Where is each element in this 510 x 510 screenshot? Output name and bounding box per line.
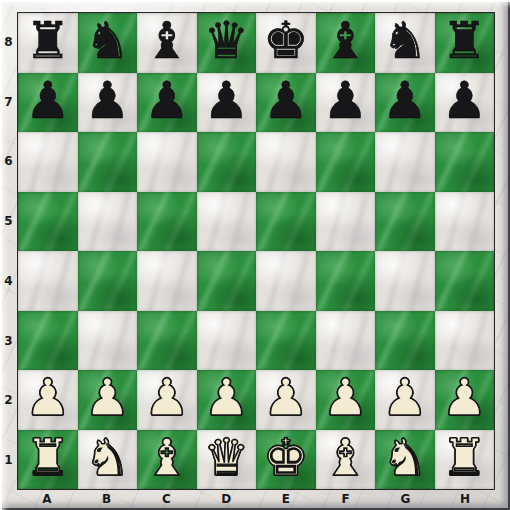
white-pawn-piece[interactable]: ♟ [322, 372, 368, 423]
square-h7[interactable]: ♟ [435, 73, 495, 133]
black-king-piece[interactable]: ♚ [263, 15, 309, 66]
square-a2[interactable]: ♟ [18, 370, 78, 430]
square-g2[interactable]: ♟ [375, 370, 435, 430]
square-d2[interactable]: ♟ [197, 370, 257, 430]
file-label-b: B [77, 490, 137, 508]
square-b7[interactable]: ♟ [78, 73, 138, 133]
white-pawn-piece[interactable]: ♟ [25, 372, 71, 423]
white-knight-piece[interactable]: ♞ [382, 432, 428, 483]
square-h4[interactable] [435, 251, 495, 311]
square-c2[interactable]: ♟ [137, 370, 197, 430]
black-rook-piece[interactable]: ♜ [25, 15, 71, 66]
square-b4[interactable] [78, 251, 138, 311]
square-e4[interactable] [256, 251, 316, 311]
white-knight-piece[interactable]: ♞ [84, 432, 130, 483]
black-pawn-piece[interactable]: ♟ [25, 75, 71, 126]
square-a1[interactable]: ♜ [18, 430, 78, 490]
square-h5[interactable] [435, 192, 495, 252]
rank-label-6: 6 [0, 132, 17, 192]
black-bishop-piece[interactable]: ♝ [322, 15, 368, 66]
white-bishop-piece[interactable]: ♝ [322, 432, 368, 483]
square-c7[interactable]: ♟ [137, 73, 197, 133]
file-label-e: E [256, 490, 316, 508]
square-a7[interactable]: ♟ [18, 73, 78, 133]
file-label-d: D [196, 490, 256, 508]
square-a6[interactable] [18, 132, 78, 192]
square-g4[interactable] [375, 251, 435, 311]
square-c8[interactable]: ♝ [137, 13, 197, 73]
white-queen-piece[interactable]: ♛ [203, 432, 249, 483]
square-g7[interactable]: ♟ [375, 73, 435, 133]
square-c3[interactable] [137, 311, 197, 371]
square-a3[interactable] [18, 311, 78, 371]
file-label-f: F [316, 490, 376, 508]
square-d8[interactable]: ♛ [197, 13, 257, 73]
square-c6[interactable] [137, 132, 197, 192]
black-pawn-piece[interactable]: ♟ [84, 75, 130, 126]
square-f2[interactable]: ♟ [316, 370, 376, 430]
square-h8[interactable]: ♜ [435, 13, 495, 73]
square-d6[interactable] [197, 132, 257, 192]
square-d5[interactable] [197, 192, 257, 252]
square-b5[interactable] [78, 192, 138, 252]
square-g6[interactable] [375, 132, 435, 192]
square-b6[interactable] [78, 132, 138, 192]
square-e2[interactable]: ♟ [256, 370, 316, 430]
square-g8[interactable]: ♞ [375, 13, 435, 73]
square-h3[interactable] [435, 311, 495, 371]
white-pawn-piece[interactable]: ♟ [382, 372, 428, 423]
rank-labels: 87654321 [0, 12, 17, 490]
white-pawn-piece[interactable]: ♟ [203, 372, 249, 423]
white-pawn-piece[interactable]: ♟ [84, 372, 130, 423]
black-knight-piece[interactable]: ♞ [84, 15, 130, 66]
square-e7[interactable]: ♟ [256, 73, 316, 133]
white-rook-piece[interactable]: ♜ [25, 432, 71, 483]
square-f5[interactable] [316, 192, 376, 252]
black-pawn-piece[interactable]: ♟ [441, 75, 487, 126]
board[interactable]: ♜♞♝♛♚♝♞♜♟♟♟♟♟♟♟♟♟♟♟♟♟♟♟♟♜♞♝♛♚♝♞♜ [17, 12, 495, 490]
black-pawn-piece[interactable]: ♟ [382, 75, 428, 126]
file-label-a: A [17, 490, 77, 508]
square-b8[interactable]: ♞ [78, 13, 138, 73]
square-a4[interactable] [18, 251, 78, 311]
square-b1[interactable]: ♞ [78, 430, 138, 490]
file-label-c: C [137, 490, 197, 508]
square-d1[interactable]: ♛ [197, 430, 257, 490]
rank-label-8: 8 [0, 12, 17, 72]
rank-label-5: 5 [0, 191, 17, 251]
square-e8[interactable]: ♚ [256, 13, 316, 73]
square-c1[interactable]: ♝ [137, 430, 197, 490]
rank-label-4: 4 [0, 251, 17, 311]
square-h6[interactable] [435, 132, 495, 192]
file-labels: ABCDEFGH [17, 490, 495, 508]
square-d7[interactable]: ♟ [197, 73, 257, 133]
chess-board-frame: 87654321 ♜♞♝♛♚♝♞♜♟♟♟♟♟♟♟♟♟♟♟♟♟♟♟♟♜♞♝♛♚♝♞… [0, 0, 510, 510]
square-d3[interactable] [197, 311, 257, 371]
square-g5[interactable] [375, 192, 435, 252]
black-pawn-piece[interactable]: ♟ [203, 75, 249, 126]
square-f8[interactable]: ♝ [316, 13, 376, 73]
square-e3[interactable] [256, 311, 316, 371]
square-b3[interactable] [78, 311, 138, 371]
square-c5[interactable] [137, 192, 197, 252]
square-f6[interactable] [316, 132, 376, 192]
black-bishop-piece[interactable]: ♝ [144, 15, 190, 66]
black-pawn-piece[interactable]: ♟ [322, 75, 368, 126]
rank-label-3: 3 [0, 311, 17, 371]
square-a8[interactable]: ♜ [18, 13, 78, 73]
square-g1[interactable]: ♞ [375, 430, 435, 490]
white-bishop-piece[interactable]: ♝ [144, 432, 190, 483]
square-b2[interactable]: ♟ [78, 370, 138, 430]
square-f4[interactable] [316, 251, 376, 311]
white-pawn-piece[interactable]: ♟ [263, 372, 309, 423]
black-knight-piece[interactable]: ♞ [382, 15, 428, 66]
black-rook-piece[interactable]: ♜ [441, 15, 487, 66]
white-pawn-piece[interactable]: ♟ [441, 372, 487, 423]
square-f1[interactable]: ♝ [316, 430, 376, 490]
square-h2[interactable]: ♟ [435, 370, 495, 430]
rank-label-1: 1 [0, 430, 17, 490]
square-e5[interactable] [256, 192, 316, 252]
square-e1[interactable]: ♚ [256, 430, 316, 490]
black-pawn-piece[interactable]: ♟ [263, 75, 309, 126]
square-f3[interactable] [316, 311, 376, 371]
square-f7[interactable]: ♟ [316, 73, 376, 133]
square-h1[interactable]: ♜ [435, 430, 495, 490]
rank-label-7: 7 [0, 72, 17, 132]
black-queen-piece[interactable]: ♛ [203, 15, 249, 66]
file-label-h: H [435, 490, 495, 508]
white-king-piece[interactable]: ♚ [263, 432, 309, 483]
rank-label-2: 2 [0, 371, 17, 431]
black-pawn-piece[interactable]: ♟ [144, 75, 190, 126]
square-g3[interactable] [375, 311, 435, 371]
square-a5[interactable] [18, 192, 78, 252]
square-d4[interactable] [197, 251, 257, 311]
square-e6[interactable] [256, 132, 316, 192]
white-rook-piece[interactable]: ♜ [441, 432, 487, 483]
file-label-g: G [376, 490, 436, 508]
white-pawn-piece[interactable]: ♟ [144, 372, 190, 423]
square-c4[interactable] [137, 251, 197, 311]
